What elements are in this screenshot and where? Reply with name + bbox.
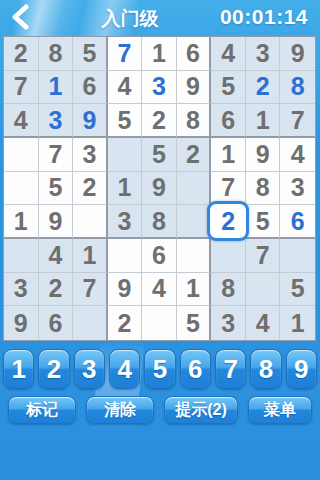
given-digit: 1	[221, 142, 235, 167]
user-digit: 2	[256, 74, 270, 99]
cell-r2c9[interactable]: 8	[280, 71, 315, 105]
mark-button[interactable]: 标记	[8, 396, 76, 424]
cell-r2c1[interactable]: 7	[4, 71, 39, 105]
cell-r6c1[interactable]: 1	[4, 205, 39, 239]
cell-r9c1[interactable]: 9	[4, 306, 39, 340]
given-digit: 7	[256, 243, 270, 268]
given-digit: 4	[221, 41, 235, 66]
cell-r6c8[interactable]: 5	[246, 205, 281, 239]
menu-button[interactable]: 菜单	[248, 396, 312, 424]
cell-r7c4[interactable]	[108, 239, 143, 273]
cell-r1c2[interactable]: 8	[39, 37, 74, 71]
cell-r4c6[interactable]: 2	[177, 138, 212, 172]
cell-r1c4[interactable]: 7	[108, 37, 143, 71]
numpad-button-1[interactable]: 1	[3, 349, 34, 389]
cell-r1c9[interactable]: 9	[280, 37, 315, 71]
given-digit: 2	[48, 276, 62, 301]
cell-r1c6[interactable]: 6	[177, 37, 212, 71]
given-digit: 1	[186, 276, 200, 301]
numpad-button-7[interactable]: 7	[215, 349, 246, 389]
given-digit: 4	[117, 74, 131, 99]
given-digit: 9	[186, 74, 200, 99]
cell-r3c1[interactable]: 4	[4, 104, 39, 138]
given-digit: 9	[256, 142, 270, 167]
given-digit: 8	[48, 41, 62, 66]
cell-r1c5[interactable]: 1	[142, 37, 177, 71]
selected-cell-highlight: 2	[207, 201, 249, 241]
given-digit: 3	[221, 311, 235, 336]
user-digit: 8	[291, 74, 305, 99]
cell-r8c2[interactable]: 2	[39, 273, 74, 307]
given-digit: 1	[14, 209, 28, 234]
cell-r9c2[interactable]: 6	[39, 306, 74, 340]
given-digit: 9	[117, 276, 131, 301]
cell-r7c8[interactable]: 7	[246, 239, 281, 273]
cell-r8c6[interactable]: 1	[177, 273, 212, 307]
given-digit: 5	[152, 142, 166, 167]
cell-r3c3[interactable]: 9	[73, 104, 108, 138]
cell-r3c6[interactable]: 8	[177, 104, 212, 138]
cell-r4c5[interactable]: 5	[142, 138, 177, 172]
given-digit: 2	[14, 41, 28, 66]
given-digit: 1	[82, 243, 96, 268]
numpad-button-8[interactable]: 8	[250, 349, 281, 389]
cell-r4c9[interactable]: 4	[280, 138, 315, 172]
cell-r2c4[interactable]: 4	[108, 71, 143, 105]
cell-r7c3[interactable]: 1	[73, 239, 108, 273]
cell-r6c4[interactable]: 3	[108, 205, 143, 239]
given-digit: 5	[256, 209, 270, 234]
given-digit: 5	[48, 175, 62, 200]
cell-r7c6[interactable]	[177, 239, 212, 273]
game-timer: 00:01:14	[220, 5, 308, 29]
cell-r3c7[interactable]: 6	[211, 104, 246, 138]
cell-r1c8[interactable]: 3	[246, 37, 281, 71]
given-digit: 1	[291, 311, 305, 336]
given-digit: 6	[152, 243, 166, 268]
cell-r5c4[interactable]: 1	[108, 172, 143, 206]
cell-r6c6[interactable]	[177, 205, 212, 239]
cell-r7c2[interactable]: 4	[39, 239, 74, 273]
toolbar: 标记清除提示(2)菜单	[8, 396, 312, 424]
cell-r8c4[interactable]: 9	[108, 273, 143, 307]
given-digit: 9	[291, 41, 305, 66]
given-digit: 1	[256, 108, 270, 133]
numpad-button-4[interactable]: 4	[109, 349, 140, 389]
cell-r5c8[interactable]: 8	[246, 172, 281, 206]
given-digit: 2	[186, 142, 200, 167]
cell-r3c5[interactable]: 2	[142, 104, 177, 138]
cell-r2c5[interactable]: 3	[142, 71, 177, 105]
given-digit: 9	[48, 209, 62, 234]
cell-r2c8[interactable]: 2	[246, 71, 281, 105]
cell-r6c3[interactable]	[73, 205, 108, 239]
given-digit: 7	[221, 175, 235, 200]
given-digit: 2	[82, 175, 96, 200]
cell-r1c7[interactable]: 4	[211, 37, 246, 71]
cell-r8c7[interactable]: 8	[211, 273, 246, 307]
cell-r4c2[interactable]: 7	[39, 138, 74, 172]
given-digit: 2	[117, 311, 131, 336]
cell-r4c1[interactable]	[4, 138, 39, 172]
cell-r5c1[interactable]	[4, 172, 39, 206]
user-digit: 1	[48, 74, 62, 99]
given-digit: 6	[82, 74, 96, 99]
cell-r2c6[interactable]: 9	[177, 71, 212, 105]
cell-r4c3[interactable]: 3	[73, 138, 108, 172]
given-digit: 3	[82, 142, 96, 167]
cell-r7c7[interactable]	[211, 239, 246, 273]
cell-r5c3[interactable]: 2	[73, 172, 108, 206]
cell-r8c8[interactable]	[246, 273, 281, 307]
given-digit: 6	[186, 41, 200, 66]
user-digit: 3	[48, 108, 62, 133]
given-digit: 7	[48, 142, 62, 167]
given-digit: 5	[221, 74, 235, 99]
given-digit: 8	[152, 209, 166, 234]
cell-r6c9[interactable]: 6	[280, 205, 315, 239]
cell-r5c7[interactable]: 7	[211, 172, 246, 206]
cell-r4c4[interactable]	[108, 138, 143, 172]
user-digit: 7	[117, 41, 131, 66]
cell-r8c5[interactable]: 4	[142, 273, 177, 307]
header: 入门级 00:01:14	[0, 0, 320, 36]
cell-r9c9[interactable]: 1	[280, 306, 315, 340]
numpad-button-2[interactable]: 2	[38, 349, 69, 389]
numpad-button-5[interactable]: 5	[144, 349, 175, 389]
cell-r5c9[interactable]: 3	[280, 172, 315, 206]
given-digit: 9	[14, 311, 28, 336]
given-digit: 5	[291, 276, 305, 301]
given-digit: 6	[221, 108, 235, 133]
cell-r4c7[interactable]: 1	[211, 138, 246, 172]
number-pad: 123456789	[3, 349, 317, 389]
numpad-button-6[interactable]: 6	[180, 349, 211, 389]
cell-r1c3[interactable]: 5	[73, 37, 108, 71]
given-digit: 1	[152, 41, 166, 66]
cell-r8c1[interactable]: 3	[4, 273, 39, 307]
given-digit: 3	[117, 209, 131, 234]
cell-r9c7[interactable]: 3	[211, 306, 246, 340]
cell-r1c1[interactable]: 2	[4, 37, 39, 71]
cell-r2c3[interactable]: 6	[73, 71, 108, 105]
given-digit: 4	[14, 108, 28, 133]
numpad-button-9[interactable]: 9	[286, 349, 317, 389]
given-digit: 5	[117, 108, 131, 133]
given-digit: 3	[256, 41, 270, 66]
given-digit: 4	[291, 142, 305, 167]
given-digit: 7	[82, 276, 96, 301]
given-digit: 5	[82, 41, 96, 66]
cell-r8c9[interactable]: 5	[280, 273, 315, 307]
cell-r9c4[interactable]: 2	[108, 306, 143, 340]
sudoku-board: 2857164397164395284395286177352194521978…	[3, 36, 316, 341]
given-digit: 4	[152, 276, 166, 301]
cell-r7c1[interactable]	[4, 239, 39, 273]
given-digit: 5	[186, 311, 200, 336]
given-digit: 8	[186, 108, 200, 133]
given-digit: 6	[48, 311, 62, 336]
cell-r2c2[interactable]: 1	[39, 71, 74, 105]
given-digit: 2	[152, 108, 166, 133]
clear-button[interactable]: 清除	[86, 396, 154, 424]
cell-r3c2[interactable]: 3	[39, 104, 74, 138]
given-digit: 3	[14, 276, 28, 301]
user-digit: 9	[82, 108, 96, 133]
cell-r5c2[interactable]: 5	[39, 172, 74, 206]
cell-r9c6[interactable]: 5	[177, 306, 212, 340]
given-digit: 3	[291, 175, 305, 200]
cell-r5c5[interactable]: 9	[142, 172, 177, 206]
given-digit: 8	[221, 276, 235, 301]
given-digit: 7	[291, 108, 305, 133]
hint-button[interactable]: 提示(2)	[164, 396, 238, 424]
cell-r7c5[interactable]: 6	[142, 239, 177, 273]
given-digit: 1	[117, 175, 131, 200]
cell-r3c4[interactable]: 5	[108, 104, 143, 138]
given-digit: 8	[256, 175, 270, 200]
cell-r9c3[interactable]	[73, 306, 108, 340]
cell-r5c6[interactable]	[177, 172, 212, 206]
cell-r3c8[interactable]: 1	[246, 104, 281, 138]
cell-r6c2[interactable]: 9	[39, 205, 74, 239]
cell-r7c9[interactable]	[280, 239, 315, 273]
given-digit: 9	[152, 175, 166, 200]
cell-r9c8[interactable]: 4	[246, 306, 281, 340]
cell-r2c7[interactable]: 5	[211, 71, 246, 105]
cell-r6c7[interactable]: 2	[211, 205, 246, 239]
user-digit: 6	[291, 209, 305, 234]
cell-r4c8[interactable]: 9	[246, 138, 281, 172]
cell-r9c5[interactable]	[142, 306, 177, 340]
cell-r6c5[interactable]: 8	[142, 205, 177, 239]
cell-r8c3[interactable]: 7	[73, 273, 108, 307]
given-digit: 4	[256, 311, 270, 336]
given-digit: 7	[14, 74, 28, 99]
cell-r3c9[interactable]: 7	[280, 104, 315, 138]
user-digit: 3	[152, 74, 166, 99]
given-digit: 4	[48, 243, 62, 268]
numpad-button-3[interactable]: 3	[74, 349, 105, 389]
